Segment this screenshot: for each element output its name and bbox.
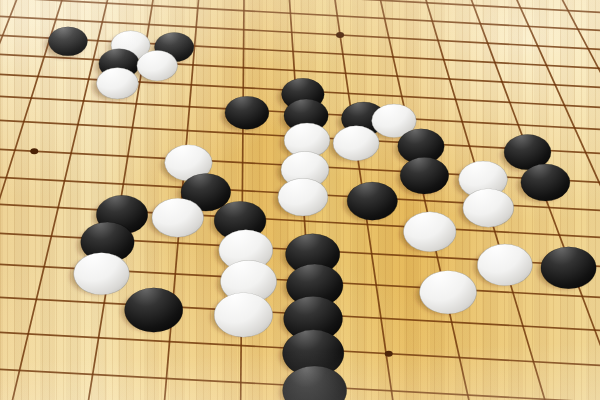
- stone-glyph: ●: [400, 196, 460, 257]
- go-board-photo: Go board photo: mid-game stone position …: [0, 0, 600, 400]
- stone-white-g8[interactable]: ●: [148, 183, 207, 243]
- stone-black-h12[interactable]: ●: [222, 84, 272, 134]
- stone-black-l10[interactable]: ●: [397, 144, 452, 199]
- star-point-D10: [30, 148, 38, 154]
- stone-glyph: ●: [330, 112, 383, 166]
- stone-black-n10[interactable]: ●: [517, 150, 573, 206]
- stones: ●●●●●●●●●●●●●●●●●●●●●●●●●●●●●●●●●●●●●●●●…: [46, 16, 600, 400]
- go-board: ●●●●●●●●●●●●●●●●●●●●●●●●●●●●●●●●●●●●●●●●…: [0, 0, 600, 400]
- stone-white-l8[interactable]: ●: [400, 196, 460, 257]
- stone-glyph: ●: [474, 228, 537, 291]
- stone-black-d15[interactable]: ●: [46, 16, 91, 61]
- stone-white-l6[interactable]: ●: [415, 254, 480, 321]
- star-point-K16: [336, 32, 344, 38]
- stone-glyph: ●: [93, 56, 141, 103]
- stone-glyph: ●: [120, 271, 186, 339]
- stone-glyph: ●: [274, 164, 331, 222]
- stone-black-g5[interactable]: ●: [120, 271, 186, 339]
- stone-glyph: ●: [222, 84, 272, 134]
- stone-white-j9[interactable]: ●: [274, 164, 331, 222]
- stone-white-h5[interactable]: ●: [210, 276, 277, 344]
- stone-glyph: ●: [415, 254, 480, 321]
- stone-glyph: ●: [397, 144, 452, 199]
- stone-glyph: ●: [344, 168, 402, 226]
- stone-glyph: ●: [148, 183, 207, 243]
- stone-white-m7[interactable]: ●: [474, 228, 537, 291]
- stone-white-m9[interactable]: ●: [459, 174, 517, 233]
- stone-glyph: ●: [537, 231, 600, 295]
- stone-glyph: ●: [46, 16, 91, 61]
- grid-column-line: [0, 0, 18, 400]
- stone-black-k9[interactable]: ●: [344, 168, 402, 226]
- stone-glyph: ●: [278, 348, 351, 400]
- stone-glyph: ●: [210, 276, 277, 344]
- stone-glyph: ●: [459, 174, 517, 233]
- stone-white-k11[interactable]: ●: [330, 112, 383, 166]
- stone-glyph: ●: [517, 150, 573, 206]
- stone-black-n7[interactable]: ●: [537, 231, 600, 295]
- star-point-K4: [385, 351, 393, 357]
- stone-white-e13[interactable]: ●: [93, 56, 141, 103]
- stone-black-j3[interactable]: ●: [278, 348, 351, 400]
